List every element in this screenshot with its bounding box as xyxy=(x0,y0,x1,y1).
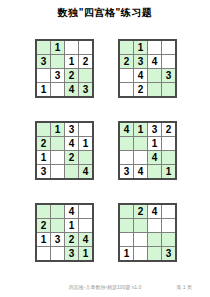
puzzle6-cell-r2c2-empty xyxy=(134,219,147,232)
puzzle2-cell-r1c3-empty xyxy=(148,41,161,54)
puzzle2-cell-r2c2-given: 3 xyxy=(134,55,147,68)
puzzle6-cell-r3c2-empty xyxy=(134,233,147,246)
puzzle1-cell-r3c1-empty xyxy=(37,69,50,82)
puzzle1-cell-r4c3-given: 4 xyxy=(65,83,78,96)
puzzle3-cell-r1c2-given: 1 xyxy=(51,123,64,136)
puzzle5-cell-r1c3-given: 4 xyxy=(65,205,78,218)
puzzle6-cell-r4c1-given: 1 xyxy=(120,247,133,260)
sudoku-grid-4: 413214341 xyxy=(118,121,177,180)
puzzle5-cell-r3c2-given: 3 xyxy=(51,233,64,246)
puzzle6-cell-r1c4-empty xyxy=(162,205,175,218)
puzzle5-cell-r3c3-given: 2 xyxy=(65,233,78,246)
puzzle6-cell-r3c1-empty xyxy=(120,233,133,246)
puzzle3-cell-r1c1-empty xyxy=(37,123,50,136)
puzzle5-cell-r2c3-given: 1 xyxy=(65,219,78,232)
puzzle5-cell-r1c1-empty xyxy=(37,205,50,218)
puzzle6-cell-r1c2-given: 2 xyxy=(134,205,147,218)
puzzle6-cell-r4c4-given: 3 xyxy=(162,247,175,260)
puzzle3-cell-r2c2-empty xyxy=(51,137,64,150)
puzzle4-cell-r1c1-given: 4 xyxy=(120,123,133,136)
puzzle1-cell-r1c3-empty xyxy=(65,41,78,54)
puzzle3-cell-r4c1-given: 3 xyxy=(37,165,50,178)
puzzle5-cell-r1c4-empty xyxy=(79,205,92,218)
puzzle1-cell-r2c2-empty xyxy=(51,55,64,68)
puzzle2-cell-r4c3-empty xyxy=(148,83,161,96)
sudoku-grid-6: 2413 xyxy=(118,203,177,262)
sudoku-grid-3: 132411234 xyxy=(35,121,94,180)
puzzle4-cell-r3c2-empty xyxy=(134,151,147,164)
puzzle2-cell-r2c1-given: 2 xyxy=(120,55,133,68)
puzzle2-cell-r4c2-given: 2 xyxy=(134,83,147,96)
puzzle4-cell-r4c3-empty xyxy=(148,165,161,178)
puzzle4-cell-r4c2-given: 4 xyxy=(134,165,147,178)
puzzle6-cell-r4c3-empty xyxy=(148,247,161,260)
puzzle1-cell-r3c3-given: 2 xyxy=(65,69,78,82)
puzzle4-cell-r1c3-given: 3 xyxy=(148,123,161,136)
puzzle5-cell-r2c4-empty xyxy=(79,219,92,232)
puzzle3-cell-r2c4-given: 1 xyxy=(79,137,92,150)
puzzle3-cell-r3c4-empty xyxy=(79,151,92,164)
puzzle4-cell-r1c2-given: 1 xyxy=(134,123,147,136)
puzzle3-cell-r3c1-given: 1 xyxy=(37,151,50,164)
puzzle2-cell-r2c4-empty xyxy=(162,55,175,68)
puzzle6-cell-r3c4-empty xyxy=(162,233,175,246)
puzzle1-cell-r3c4-empty xyxy=(79,69,92,82)
sudoku-grid-2: 1234432 xyxy=(118,39,177,98)
puzzle1-cell-r4c1-given: 1 xyxy=(37,83,50,96)
puzzle3-cell-r4c3-empty xyxy=(65,165,78,178)
puzzle3-cell-r1c3-given: 3 xyxy=(65,123,78,136)
puzzle4-cell-r1c4-given: 2 xyxy=(162,123,175,136)
puzzle1-cell-r1c1-empty xyxy=(37,41,50,54)
puzzle2-cell-r1c1-empty xyxy=(120,41,133,54)
puzzle3-cell-r3c3-given: 2 xyxy=(65,151,78,164)
puzzle2-cell-r1c4-empty xyxy=(162,41,175,54)
sudoku-grid-5: 421132431 xyxy=(35,203,94,262)
puzzle2-cell-r3c4-given: 3 xyxy=(162,69,175,82)
puzzle2-cell-r3c3-empty xyxy=(148,69,161,82)
puzzle2-cell-r3c1-empty xyxy=(120,69,133,82)
puzzle6-cell-r3c3-empty xyxy=(148,233,161,246)
puzzle1-cell-r1c4-empty xyxy=(79,41,92,54)
puzzle4-cell-r3c3-given: 4 xyxy=(148,151,161,164)
puzzle4-cell-r2c4-empty xyxy=(162,137,175,150)
puzzle6-cell-r2c3-empty xyxy=(148,219,161,232)
puzzle2-cell-r4c1-empty xyxy=(120,83,133,96)
puzzle1-cell-r4c2-empty xyxy=(51,83,64,96)
puzzle5-cell-r4c4-given: 1 xyxy=(79,247,92,260)
puzzle3-cell-r4c4-given: 4 xyxy=(79,165,92,178)
puzzle5-cell-r1c2-empty xyxy=(51,205,64,218)
puzzle5-cell-r3c4-given: 4 xyxy=(79,233,92,246)
puzzle4-cell-r2c3-given: 1 xyxy=(148,137,161,150)
puzzle2-cell-r2c3-given: 4 xyxy=(148,55,161,68)
sudoku-grid-1: 131232143 xyxy=(35,39,94,98)
puzzle4-cell-r4c1-given: 3 xyxy=(120,165,133,178)
puzzle5-cell-r4c1-empty xyxy=(37,247,50,260)
puzzle5-cell-r2c2-empty xyxy=(51,219,64,232)
puzzle1-cell-r4c4-given: 3 xyxy=(79,83,92,96)
puzzle1-cell-r1c2-given: 1 xyxy=(51,41,64,54)
puzzle1-cell-r2c3-given: 1 xyxy=(65,55,78,68)
puzzle-grid-container: 1312321431234432132411234413214341421132… xyxy=(35,39,177,262)
puzzle2-cell-r4c4-empty xyxy=(162,83,175,96)
puzzle6-cell-r1c1-empty xyxy=(120,205,133,218)
puzzle3-cell-r2c1-given: 2 xyxy=(37,137,50,150)
puzzle3-cell-r1c4-empty xyxy=(79,123,92,136)
puzzle6-cell-r1c3-given: 4 xyxy=(148,205,161,218)
puzzle1-cell-r2c4-given: 2 xyxy=(79,55,92,68)
puzzle3-cell-r3c2-empty xyxy=(51,151,64,164)
puzzle4-cell-r4c4-given: 1 xyxy=(162,165,175,178)
puzzle5-cell-r2c1-given: 2 xyxy=(37,219,50,232)
puzzle5-cell-r4c3-given: 3 xyxy=(65,247,78,260)
puzzle4-cell-r2c1-empty xyxy=(120,137,133,150)
page-title: 数独"四宫格"练习题 xyxy=(0,6,210,20)
puzzle2-cell-r3c2-given: 4 xyxy=(134,69,147,82)
worksheet-page: 数独"四宫格"练习题 13123214312344321324112344132… xyxy=(0,0,210,297)
puzzle5-cell-r3c1-given: 1 xyxy=(37,233,50,246)
puzzle6-cell-r2c1-empty xyxy=(120,219,133,232)
puzzle1-cell-r3c2-given: 3 xyxy=(51,69,64,82)
footer-page-number: 第 1 页 xyxy=(176,284,192,290)
puzzle6-cell-r2c4-empty xyxy=(162,219,175,232)
puzzle4-cell-r2c2-empty xyxy=(134,137,147,150)
puzzle2-cell-r1c2-given: 1 xyxy=(134,41,147,54)
puzzle4-cell-r3c1-empty xyxy=(120,151,133,164)
puzzle3-cell-r2c3-given: 4 xyxy=(65,137,78,150)
puzzle3-cell-r4c2-empty xyxy=(51,165,64,178)
puzzle6-cell-r4c2-empty xyxy=(134,247,147,260)
puzzle5-cell-r4c2-empty xyxy=(51,247,64,260)
puzzle4-cell-r3c4-empty xyxy=(162,151,175,164)
puzzle1-cell-r2c1-given: 3 xyxy=(37,55,50,68)
